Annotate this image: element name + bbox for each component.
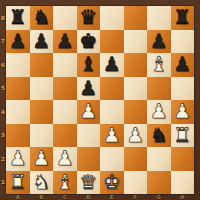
rank-label-2: 2	[0, 147, 6, 171]
square-g7[interactable]: ♟	[147, 30, 171, 54]
square-a4[interactable]	[6, 100, 30, 124]
square-h3[interactable]: ♜	[171, 124, 195, 148]
rank-label-4: 4	[0, 100, 6, 124]
square-d8[interactable]: ♛	[77, 6, 101, 30]
piece-white-king-e1[interactable]: ♚	[100, 171, 124, 195]
square-e8[interactable]	[100, 6, 124, 30]
piece-white-rook-a1[interactable]: ♜	[6, 171, 30, 195]
square-d6[interactable]: ♝	[77, 53, 101, 77]
square-b6[interactable]	[30, 53, 54, 77]
piece-black-pawn-g7[interactable]: ♟	[147, 30, 171, 54]
square-e7[interactable]	[100, 30, 124, 54]
square-g6[interactable]: ♝	[147, 53, 171, 77]
square-b5[interactable]	[30, 77, 54, 101]
rank-label-1: 1	[0, 171, 6, 195]
piece-black-knight-g3[interactable]: ♞	[147, 124, 171, 148]
piece-white-pawn-g4[interactable]: ♟	[147, 100, 171, 124]
piece-black-pawn-d5[interactable]: ♟	[77, 77, 101, 101]
square-h5[interactable]	[171, 77, 195, 101]
square-h2[interactable]	[171, 147, 195, 171]
piece-white-pawn-e3[interactable]: ♟	[100, 124, 124, 148]
square-a6[interactable]	[6, 53, 30, 77]
square-f2[interactable]	[124, 147, 148, 171]
square-g5[interactable]	[147, 77, 171, 101]
piece-black-pawn-b7[interactable]: ♟	[30, 30, 54, 54]
square-d5[interactable]: ♟	[77, 77, 101, 101]
square-h1[interactable]	[171, 171, 195, 195]
piece-black-knight-b8[interactable]: ♞	[30, 6, 54, 30]
piece-black-pawn-a7[interactable]: ♟	[6, 30, 30, 54]
square-b4[interactable]	[30, 100, 54, 124]
piece-white-queen-d1[interactable]: ♛	[77, 171, 101, 195]
piece-black-pawn-e6[interactable]: ♟	[100, 53, 124, 77]
piece-black-bishop-d6[interactable]: ♝	[77, 53, 101, 77]
file-label-a: A	[6, 194, 30, 200]
square-f6[interactable]	[124, 53, 148, 77]
square-a1[interactable]: ♜	[6, 171, 30, 195]
piece-black-king-d7[interactable]: ♚	[77, 30, 101, 54]
square-d1[interactable]: ♛	[77, 171, 101, 195]
square-e2[interactable]	[100, 147, 124, 171]
square-h6[interactable]: ♟	[171, 53, 195, 77]
square-g2[interactable]	[147, 147, 171, 171]
square-a3[interactable]	[6, 124, 30, 148]
square-g8[interactable]	[147, 6, 171, 30]
piece-black-queen-d8[interactable]: ♛	[77, 6, 101, 30]
rank-label-7: 7	[0, 30, 6, 54]
square-f7[interactable]	[124, 30, 148, 54]
piece-black-pawn-h6[interactable]: ♟	[171, 53, 195, 77]
piece-black-rook-a8[interactable]: ♜	[6, 6, 30, 30]
square-e3[interactable]: ♟	[100, 124, 124, 148]
square-d2[interactable]	[77, 147, 101, 171]
square-d3[interactable]	[77, 124, 101, 148]
square-e5[interactable]	[100, 77, 124, 101]
square-a2[interactable]: ♟	[6, 147, 30, 171]
square-c5[interactable]	[53, 77, 77, 101]
square-g4[interactable]: ♟	[147, 100, 171, 124]
rank-label-5: 5	[0, 77, 6, 101]
piece-black-rook-h8[interactable]: ♜	[171, 6, 195, 30]
board-frame: ♜♞♛♜♟♟♟♚♟♝♟♝♟♟♟♟♟♟♟♞♜♟♟♟♜♞♝♛♚ 87654321 A…	[0, 0, 200, 200]
rank-label-6: 6	[0, 53, 6, 77]
file-label-d: D	[77, 194, 101, 200]
piece-white-rook-h3[interactable]: ♜	[171, 124, 195, 148]
rank-label-3: 3	[0, 124, 6, 148]
chess-board: ♜♞♛♜♟♟♟♚♟♝♟♝♟♟♟♟♟♟♟♞♜♟♟♟♜♞♝♛♚	[6, 6, 194, 194]
square-e6[interactable]: ♟	[100, 53, 124, 77]
square-b2[interactable]: ♟	[30, 147, 54, 171]
square-h8[interactable]: ♜	[171, 6, 195, 30]
file-label-b: B	[30, 194, 54, 200]
piece-white-pawn-b2[interactable]: ♟	[30, 147, 54, 171]
square-b7[interactable]: ♟	[30, 30, 54, 54]
square-b1[interactable]: ♞	[30, 171, 54, 195]
square-f1[interactable]	[124, 171, 148, 195]
square-a7[interactable]: ♟	[6, 30, 30, 54]
square-d4[interactable]: ♟	[77, 100, 101, 124]
piece-white-knight-b1[interactable]: ♞	[30, 171, 54, 195]
piece-white-pawn-d4[interactable]: ♟	[77, 100, 101, 124]
square-h4[interactable]: ♟	[171, 100, 195, 124]
square-g1[interactable]	[147, 171, 171, 195]
square-b8[interactable]: ♞	[30, 6, 54, 30]
square-e1[interactable]: ♚	[100, 171, 124, 195]
square-a8[interactable]: ♜	[6, 6, 30, 30]
piece-white-bishop-c1[interactable]: ♝	[53, 171, 77, 195]
piece-white-bishop-g6[interactable]: ♝	[147, 53, 171, 77]
square-c7[interactable]: ♟	[53, 30, 77, 54]
rank-label-8: 8	[0, 6, 6, 30]
file-label-c: C	[53, 194, 77, 200]
square-a5[interactable]	[6, 77, 30, 101]
piece-black-pawn-c7[interactable]: ♟	[53, 30, 77, 54]
piece-white-pawn-f3[interactable]: ♟	[124, 124, 148, 148]
piece-white-pawn-a2[interactable]: ♟	[6, 147, 30, 171]
square-b3[interactable]	[30, 124, 54, 148]
square-c4[interactable]	[53, 100, 77, 124]
square-f4[interactable]	[124, 100, 148, 124]
square-c6[interactable]	[53, 53, 77, 77]
file-label-f: F	[124, 194, 148, 200]
file-label-e: E	[100, 194, 124, 200]
square-d7[interactable]: ♚	[77, 30, 101, 54]
square-f3[interactable]: ♟	[124, 124, 148, 148]
square-f5[interactable]	[124, 77, 148, 101]
square-c1[interactable]: ♝	[53, 171, 77, 195]
file-label-h: H	[171, 194, 195, 200]
square-h7[interactable]	[171, 30, 195, 54]
square-c3[interactable]	[53, 124, 77, 148]
square-g3[interactable]: ♞	[147, 124, 171, 148]
square-c2[interactable]: ♟	[53, 147, 77, 171]
piece-white-pawn-h4[interactable]: ♟	[171, 100, 195, 124]
square-e4[interactable]	[100, 100, 124, 124]
piece-white-pawn-c2[interactable]: ♟	[53, 147, 77, 171]
square-f8[interactable]	[124, 6, 148, 30]
file-label-g: G	[147, 194, 171, 200]
square-c8[interactable]	[53, 6, 77, 30]
